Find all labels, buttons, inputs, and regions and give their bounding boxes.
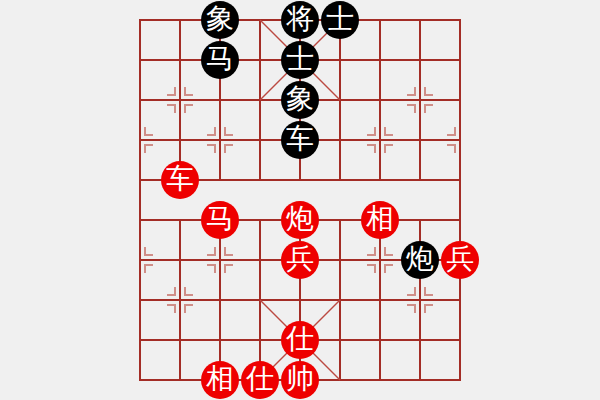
piece-black-elephant[interactable]: 象 — [281, 81, 319, 119]
piece-red-advisor[interactable]: 仕 — [241, 361, 279, 399]
piece-black-horse[interactable]: 马 — [201, 41, 239, 79]
piece-red-advisor[interactable]: 仕 — [281, 321, 319, 359]
piece-black-chariot[interactable]: 车 — [281, 121, 319, 159]
piece-black-advisor[interactable]: 士 — [321, 1, 359, 39]
piece-red-pawn[interactable]: 兵 — [281, 241, 319, 279]
piece-red-horse[interactable]: 马 — [201, 201, 239, 239]
xiangqi-board-screen: 象将士马士象车车马炮相兵炮兵仕相仕帅 — [0, 0, 600, 400]
piece-red-elephant[interactable]: 相 — [201, 361, 239, 399]
piece-red-chariot[interactable]: 车 — [161, 161, 199, 199]
piece-black-advisor[interactable]: 士 — [281, 41, 319, 79]
piece-black-general[interactable]: 将 — [281, 1, 319, 39]
piece-red-general[interactable]: 帅 — [281, 361, 319, 399]
piece-black-elephant[interactable]: 象 — [201, 1, 239, 39]
piece-red-cannon[interactable]: 炮 — [281, 201, 319, 239]
piece-red-pawn[interactable]: 兵 — [441, 241, 479, 279]
piece-black-cannon[interactable]: 炮 — [401, 241, 439, 279]
xiangqi-board[interactable]: 象将士马士象车车马炮相兵炮兵仕相仕帅 — [120, 0, 480, 400]
piece-red-elephant[interactable]: 相 — [361, 201, 399, 239]
